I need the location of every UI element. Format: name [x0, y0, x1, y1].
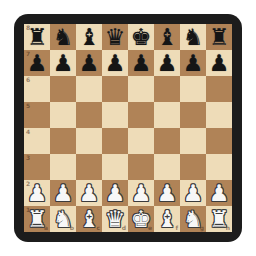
- square-f1[interactable]: f♝: [154, 206, 180, 232]
- square-d6[interactable]: [102, 76, 128, 102]
- square-g7[interactable]: ♟: [180, 50, 206, 76]
- rank-label-5: 5: [26, 103, 30, 109]
- square-f7[interactable]: ♟: [154, 50, 180, 76]
- piece-black-rook[interactable]: ♜: [27, 24, 48, 50]
- square-c8[interactable]: ♝: [76, 24, 102, 50]
- piece-black-pawn[interactable]: ♟: [79, 50, 100, 76]
- square-d7[interactable]: ♟: [102, 50, 128, 76]
- piece-white-pawn[interactable]: ♟: [209, 180, 230, 206]
- square-f2[interactable]: ♟: [154, 180, 180, 206]
- square-a7[interactable]: 7♟: [24, 50, 50, 76]
- piece-white-pawn[interactable]: ♟: [105, 180, 126, 206]
- square-e6[interactable]: [128, 76, 154, 102]
- square-b8[interactable]: ♞: [50, 24, 76, 50]
- square-a2[interactable]: 2♟: [24, 180, 50, 206]
- square-g6[interactable]: [180, 76, 206, 102]
- piece-white-pawn[interactable]: ♟: [183, 180, 204, 206]
- square-h2[interactable]: ♟: [206, 180, 232, 206]
- piece-black-pawn[interactable]: ♟: [27, 50, 48, 76]
- piece-white-rook[interactable]: ♜: [27, 206, 48, 232]
- square-h1[interactable]: h♜: [206, 206, 232, 232]
- piece-black-queen[interactable]: ♛: [105, 24, 126, 50]
- square-a3[interactable]: 3: [24, 154, 50, 180]
- square-a5[interactable]: 5: [24, 102, 50, 128]
- square-h4[interactable]: [206, 128, 232, 154]
- square-e3[interactable]: [128, 154, 154, 180]
- piece-white-rook[interactable]: ♜: [209, 206, 230, 232]
- square-h8[interactable]: ♜: [206, 24, 232, 50]
- square-g4[interactable]: [180, 128, 206, 154]
- square-b3[interactable]: [50, 154, 76, 180]
- piece-black-bishop[interactable]: ♝: [157, 24, 178, 50]
- square-d8[interactable]: ♛: [102, 24, 128, 50]
- square-d1[interactable]: d♛: [102, 206, 128, 232]
- square-c2[interactable]: ♟: [76, 180, 102, 206]
- piece-white-pawn[interactable]: ♟: [27, 180, 48, 206]
- square-e7[interactable]: ♟: [128, 50, 154, 76]
- piece-black-pawn[interactable]: ♟: [131, 50, 152, 76]
- piece-black-pawn[interactable]: ♟: [183, 50, 204, 76]
- square-e4[interactable]: [128, 128, 154, 154]
- piece-black-knight[interactable]: ♞: [183, 24, 204, 50]
- square-e8[interactable]: ♚: [128, 24, 154, 50]
- rank-label-3: 3: [26, 155, 30, 161]
- square-b5[interactable]: [50, 102, 76, 128]
- square-h6[interactable]: [206, 76, 232, 102]
- square-f4[interactable]: [154, 128, 180, 154]
- square-h3[interactable]: [206, 154, 232, 180]
- square-b1[interactable]: b♞: [50, 206, 76, 232]
- piece-white-pawn[interactable]: ♟: [79, 180, 100, 206]
- square-d2[interactable]: ♟: [102, 180, 128, 206]
- square-g8[interactable]: ♞: [180, 24, 206, 50]
- square-b4[interactable]: [50, 128, 76, 154]
- square-a6[interactable]: 6: [24, 76, 50, 102]
- square-g5[interactable]: [180, 102, 206, 128]
- square-b2[interactable]: ♟: [50, 180, 76, 206]
- square-f8[interactable]: ♝: [154, 24, 180, 50]
- square-b6[interactable]: [50, 76, 76, 102]
- square-e1[interactable]: e♚: [128, 206, 154, 232]
- square-c4[interactable]: [76, 128, 102, 154]
- square-e2[interactable]: ♟: [128, 180, 154, 206]
- square-a4[interactable]: 4: [24, 128, 50, 154]
- square-a8[interactable]: 8♜: [24, 24, 50, 50]
- piece-white-pawn[interactable]: ♟: [53, 180, 74, 206]
- piece-black-pawn[interactable]: ♟: [53, 50, 74, 76]
- rank-label-6: 6: [26, 77, 30, 83]
- square-d5[interactable]: [102, 102, 128, 128]
- piece-black-bishop[interactable]: ♝: [79, 24, 100, 50]
- square-c7[interactable]: ♟: [76, 50, 102, 76]
- piece-white-knight[interactable]: ♞: [183, 206, 204, 232]
- square-d4[interactable]: [102, 128, 128, 154]
- square-d3[interactable]: [102, 154, 128, 180]
- rank-label-4: 4: [26, 129, 30, 135]
- square-f5[interactable]: [154, 102, 180, 128]
- chess-board: 8♜♞♝♛♚♝♞♜7♟♟♟♟♟♟♟♟65432♟♟♟♟♟♟♟♟1a♜b♞c♝d♛…: [24, 24, 232, 232]
- square-c5[interactable]: [76, 102, 102, 128]
- piece-white-knight[interactable]: ♞: [53, 206, 74, 232]
- piece-white-king[interactable]: ♚: [131, 206, 152, 232]
- square-f3[interactable]: [154, 154, 180, 180]
- square-c1[interactable]: c♝: [76, 206, 102, 232]
- piece-black-rook[interactable]: ♜: [209, 24, 230, 50]
- piece-black-king[interactable]: ♚: [131, 24, 152, 50]
- piece-white-bishop[interactable]: ♝: [157, 206, 178, 232]
- square-h7[interactable]: ♟: [206, 50, 232, 76]
- square-h5[interactable]: [206, 102, 232, 128]
- square-g3[interactable]: [180, 154, 206, 180]
- square-g2[interactable]: ♟: [180, 180, 206, 206]
- piece-white-queen[interactable]: ♛: [105, 206, 126, 232]
- piece-black-pawn[interactable]: ♟: [157, 50, 178, 76]
- square-g1[interactable]: g♞: [180, 206, 206, 232]
- square-f6[interactable]: [154, 76, 180, 102]
- piece-white-pawn[interactable]: ♟: [157, 180, 178, 206]
- square-c3[interactable]: [76, 154, 102, 180]
- square-a1[interactable]: 1a♜: [24, 206, 50, 232]
- piece-white-bishop[interactable]: ♝: [79, 206, 100, 232]
- chess-app-canvas: 8♜♞♝♛♚♝♞♜7♟♟♟♟♟♟♟♟65432♟♟♟♟♟♟♟♟1a♜b♞c♝d♛…: [0, 0, 256, 256]
- square-c6[interactable]: [76, 76, 102, 102]
- piece-black-pawn[interactable]: ♟: [105, 50, 126, 76]
- piece-black-pawn[interactable]: ♟: [209, 50, 230, 76]
- square-e5[interactable]: [128, 102, 154, 128]
- square-b7[interactable]: ♟: [50, 50, 76, 76]
- piece-black-knight[interactable]: ♞: [53, 24, 74, 50]
- piece-white-pawn[interactable]: ♟: [131, 180, 152, 206]
